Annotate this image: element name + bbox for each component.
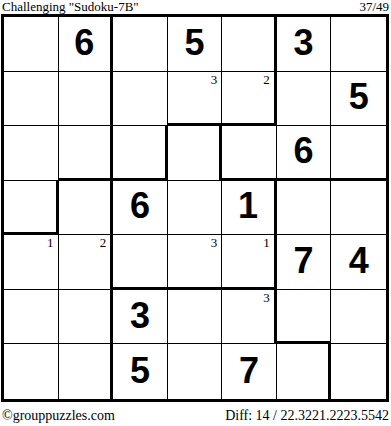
cell-r7c1[interactable] — [4, 344, 59, 399]
cell-r7c5: 7 — [222, 344, 277, 399]
cell-r2c1[interactable] — [4, 72, 59, 127]
cell-r6c4[interactable] — [168, 290, 223, 345]
given-digit: 5 — [184, 25, 204, 61]
cell-r3c7[interactable] — [331, 126, 386, 181]
given-digit: 6 — [294, 133, 314, 169]
given-digit: 3 — [130, 298, 150, 334]
cell-r6c1[interactable] — [4, 290, 59, 345]
cell-r3c2[interactable] — [59, 126, 114, 181]
cell-r2c2[interactable] — [59, 72, 114, 127]
given-digit: 3 — [294, 25, 314, 61]
cell-r1c4: 5 — [168, 17, 223, 72]
cell-r4c7[interactable] — [331, 181, 386, 236]
pencil-mark: 1 — [263, 235, 270, 250]
cell-r6c2[interactable] — [59, 290, 114, 345]
cell-r2c6[interactable] — [277, 72, 332, 127]
cell-r4c2[interactable] — [59, 181, 114, 236]
cell-r4c5: 1 — [222, 181, 277, 236]
given-digit: 5 — [130, 353, 150, 389]
cell-r5c4[interactable]: 3 — [168, 235, 223, 290]
cell-counter: 37/49 — [359, 0, 389, 13]
pencil-mark: 3 — [263, 290, 270, 305]
pencil-mark: 1 — [47, 235, 54, 250]
cell-r7c4[interactable] — [168, 344, 223, 399]
given-digit: 7 — [239, 353, 259, 389]
given-digit: 1 — [238, 188, 258, 224]
cell-r1c3[interactable] — [113, 17, 168, 72]
pencil-mark: 2 — [100, 235, 107, 250]
cell-r1c7[interactable] — [331, 17, 386, 72]
cell-r4c1[interactable] — [4, 181, 59, 236]
pencil-mark: 3 — [211, 235, 218, 250]
pencil-mark: 2 — [263, 72, 270, 87]
cell-r7c7[interactable] — [331, 344, 386, 399]
given-digit: 6 — [74, 25, 94, 61]
cell-r5c7: 4 — [331, 235, 386, 290]
cell-r6c6[interactable] — [277, 290, 332, 345]
cell-r2c5[interactable]: 2 — [222, 72, 277, 127]
cell-r3c3[interactable] — [113, 126, 168, 181]
puzzle-title: Challenging "Sudoku-7B" — [2, 0, 139, 13]
cell-r7c3: 5 — [113, 344, 168, 399]
cell-r1c5[interactable] — [222, 17, 277, 72]
cell-r5c3[interactable] — [113, 235, 168, 290]
cell-r2c3[interactable] — [113, 72, 168, 127]
cell-r4c4[interactable] — [168, 181, 223, 236]
cell-r2c4[interactable]: 3 — [168, 72, 223, 127]
cell-r7c2[interactable] — [59, 344, 114, 399]
copyright-text: ©grouppuzzles.com — [2, 408, 115, 424]
given-digit: 5 — [349, 79, 369, 115]
cell-r3c6: 6 — [277, 126, 332, 181]
given-digit: 6 — [130, 188, 150, 224]
header: Challenging "Sudoku-7B" 37/49 — [2, 0, 389, 13]
cell-r3c4[interactable] — [168, 126, 223, 181]
cell-r5c1[interactable]: 1 — [4, 235, 59, 290]
given-digit: 4 — [349, 243, 369, 279]
cell-r4c3: 6 — [113, 181, 168, 236]
cell-r6c7[interactable] — [331, 290, 386, 345]
cell-r6c5[interactable]: 3 — [222, 290, 277, 345]
cell-r7c6[interactable] — [277, 344, 332, 399]
cell-r3c5[interactable] — [222, 126, 277, 181]
given-digit: 7 — [294, 243, 314, 279]
cell-r6c3: 3 — [113, 290, 168, 345]
cell-r3c1[interactable] — [4, 126, 59, 181]
difficulty-text: Diff: 14 / 22.3221.2223.5542 — [225, 408, 389, 424]
cell-r1c1[interactable] — [4, 17, 59, 72]
cell-r1c6: 3 — [277, 17, 332, 72]
cell-r1c2: 6 — [59, 17, 114, 72]
cell-r5c2[interactable]: 2 — [59, 235, 114, 290]
sudoku-board: 6533256611231743357 — [1, 14, 389, 402]
cell-r2c7: 5 — [331, 72, 386, 127]
cell-r5c6: 7 — [277, 235, 332, 290]
footer: ©grouppuzzles.com Diff: 14 / 22.3221.222… — [2, 407, 389, 424]
cell-r4c6[interactable] — [277, 181, 332, 236]
pencil-mark: 3 — [211, 72, 218, 87]
cell-r5c5[interactable]: 1 — [222, 235, 277, 290]
